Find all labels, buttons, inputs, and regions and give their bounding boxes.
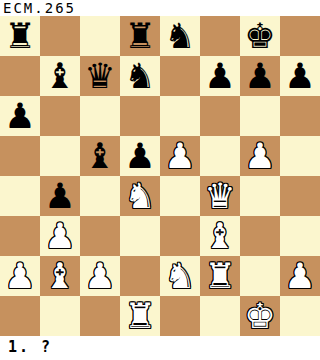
square-f1[interactable] bbox=[200, 296, 240, 336]
square-c8[interactable] bbox=[80, 16, 120, 56]
white-pawn: ♟ bbox=[80, 256, 120, 296]
chess-board: ♜♜♞♚♝♛♞♟♟♟♟♝♟♟♟♟♞♛♟♝♟♝♟♞♜♟♜♚ bbox=[0, 16, 320, 336]
white-queen: ♛ bbox=[200, 176, 240, 216]
black-rook: ♜ bbox=[120, 16, 160, 56]
square-d6[interactable] bbox=[120, 96, 160, 136]
square-b3[interactable]: ♟ bbox=[40, 216, 80, 256]
black-pawn: ♟ bbox=[200, 56, 240, 96]
square-e7[interactable] bbox=[160, 56, 200, 96]
black-pawn: ♟ bbox=[40, 176, 80, 216]
square-a6[interactable]: ♟ bbox=[0, 96, 40, 136]
square-f2[interactable]: ♜ bbox=[200, 256, 240, 296]
square-c3[interactable] bbox=[80, 216, 120, 256]
square-c4[interactable] bbox=[80, 176, 120, 216]
square-h1[interactable] bbox=[280, 296, 320, 336]
square-d5[interactable]: ♟ bbox=[120, 136, 160, 176]
square-b7[interactable]: ♝ bbox=[40, 56, 80, 96]
white-pawn: ♟ bbox=[240, 136, 280, 176]
square-h4[interactable] bbox=[280, 176, 320, 216]
black-pawn: ♟ bbox=[0, 96, 40, 136]
square-a4[interactable] bbox=[0, 176, 40, 216]
square-h7[interactable]: ♟ bbox=[280, 56, 320, 96]
square-e4[interactable] bbox=[160, 176, 200, 216]
square-a2[interactable]: ♟ bbox=[0, 256, 40, 296]
white-knight: ♞ bbox=[120, 176, 160, 216]
square-g4[interactable] bbox=[240, 176, 280, 216]
square-d8[interactable]: ♜ bbox=[120, 16, 160, 56]
square-e1[interactable] bbox=[160, 296, 200, 336]
square-d1[interactable]: ♜ bbox=[120, 296, 160, 336]
square-f7[interactable]: ♟ bbox=[200, 56, 240, 96]
square-a8[interactable]: ♜ bbox=[0, 16, 40, 56]
square-a1[interactable] bbox=[0, 296, 40, 336]
square-h3[interactable] bbox=[280, 216, 320, 256]
square-c7[interactable]: ♛ bbox=[80, 56, 120, 96]
diagram-header: ECM.265 bbox=[0, 0, 320, 16]
square-b6[interactable] bbox=[40, 96, 80, 136]
square-c6[interactable] bbox=[80, 96, 120, 136]
black-bishop: ♝ bbox=[40, 56, 80, 96]
square-b5[interactable] bbox=[40, 136, 80, 176]
square-d7[interactable]: ♞ bbox=[120, 56, 160, 96]
square-e3[interactable] bbox=[160, 216, 200, 256]
square-c2[interactable]: ♟ bbox=[80, 256, 120, 296]
square-f6[interactable] bbox=[200, 96, 240, 136]
square-a5[interactable] bbox=[0, 136, 40, 176]
square-f5[interactable] bbox=[200, 136, 240, 176]
square-g1[interactable]: ♚ bbox=[240, 296, 280, 336]
square-d2[interactable] bbox=[120, 256, 160, 296]
black-knight: ♞ bbox=[120, 56, 160, 96]
square-f4[interactable]: ♛ bbox=[200, 176, 240, 216]
black-knight: ♞ bbox=[160, 16, 200, 56]
white-pawn: ♟ bbox=[0, 256, 40, 296]
square-h5[interactable] bbox=[280, 136, 320, 176]
black-pawn: ♟ bbox=[240, 56, 280, 96]
white-pawn: ♟ bbox=[280, 256, 320, 296]
square-b8[interactable] bbox=[40, 16, 80, 56]
square-g5[interactable]: ♟ bbox=[240, 136, 280, 176]
square-g6[interactable] bbox=[240, 96, 280, 136]
white-knight: ♞ bbox=[160, 256, 200, 296]
move-prompt: 1. ? bbox=[8, 339, 52, 356]
diagram-title: ECM.265 bbox=[3, 0, 76, 16]
square-f8[interactable] bbox=[200, 16, 240, 56]
square-d3[interactable] bbox=[120, 216, 160, 256]
square-h2[interactable]: ♟ bbox=[280, 256, 320, 296]
square-b1[interactable] bbox=[40, 296, 80, 336]
white-bishop: ♝ bbox=[40, 256, 80, 296]
black-king: ♚ bbox=[240, 16, 280, 56]
white-pawn: ♟ bbox=[40, 216, 80, 256]
diagram-footer: 1. ? bbox=[0, 336, 320, 360]
black-rook: ♜ bbox=[0, 16, 40, 56]
square-h6[interactable] bbox=[280, 96, 320, 136]
white-bishop: ♝ bbox=[200, 216, 240, 256]
square-g7[interactable]: ♟ bbox=[240, 56, 280, 96]
square-b2[interactable]: ♝ bbox=[40, 256, 80, 296]
black-queen: ♛ bbox=[80, 56, 120, 96]
white-rook: ♜ bbox=[120, 296, 160, 336]
black-pawn: ♟ bbox=[280, 56, 320, 96]
square-a3[interactable] bbox=[0, 216, 40, 256]
black-bishop: ♝ bbox=[80, 136, 120, 176]
square-e6[interactable] bbox=[160, 96, 200, 136]
square-f3[interactable]: ♝ bbox=[200, 216, 240, 256]
square-g2[interactable] bbox=[240, 256, 280, 296]
square-g3[interactable] bbox=[240, 216, 280, 256]
white-king: ♚ bbox=[240, 296, 280, 336]
square-g8[interactable]: ♚ bbox=[240, 16, 280, 56]
square-b4[interactable]: ♟ bbox=[40, 176, 80, 216]
chess-diagram: ECM.265 ♜♜♞♚♝♛♞♟♟♟♟♝♟♟♟♟♞♛♟♝♟♝♟♞♜♟♜♚ 1. … bbox=[0, 0, 320, 360]
square-e5[interactable]: ♟ bbox=[160, 136, 200, 176]
square-c1[interactable] bbox=[80, 296, 120, 336]
square-e8[interactable]: ♞ bbox=[160, 16, 200, 56]
square-a7[interactable] bbox=[0, 56, 40, 96]
square-d4[interactable]: ♞ bbox=[120, 176, 160, 216]
white-pawn: ♟ bbox=[160, 136, 200, 176]
white-rook: ♜ bbox=[200, 256, 240, 296]
square-h8[interactable] bbox=[280, 16, 320, 56]
square-e2[interactable]: ♞ bbox=[160, 256, 200, 296]
black-pawn: ♟ bbox=[120, 136, 160, 176]
square-c5[interactable]: ♝ bbox=[80, 136, 120, 176]
